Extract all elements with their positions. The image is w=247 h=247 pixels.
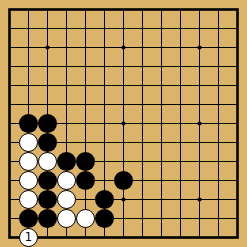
black-stone	[38, 133, 57, 152]
black-stone	[38, 171, 57, 190]
black-stone	[38, 209, 57, 228]
black-stone	[38, 114, 57, 133]
white-stone	[76, 209, 95, 228]
stones-layer: 1	[0, 0, 247, 247]
go-board[interactable]: 1	[0, 0, 247, 247]
white-stone	[19, 152, 38, 171]
white-stone	[57, 171, 76, 190]
black-stone	[38, 190, 57, 209]
black-stone	[19, 209, 38, 228]
move-number-label: 1	[25, 231, 32, 243]
black-stone	[19, 114, 38, 133]
black-stone	[95, 190, 114, 209]
black-stone	[95, 209, 114, 228]
white-stone	[19, 171, 38, 190]
white-stone	[57, 190, 76, 209]
black-stone	[76, 171, 95, 190]
white-stone	[19, 190, 38, 209]
white-stone	[38, 152, 57, 171]
marked-stone-white-move-1: 1	[19, 228, 38, 247]
black-stone	[57, 152, 76, 171]
white-stone	[19, 133, 38, 152]
white-stone	[57, 209, 76, 228]
black-stone	[114, 171, 133, 190]
black-stone	[76, 152, 95, 171]
